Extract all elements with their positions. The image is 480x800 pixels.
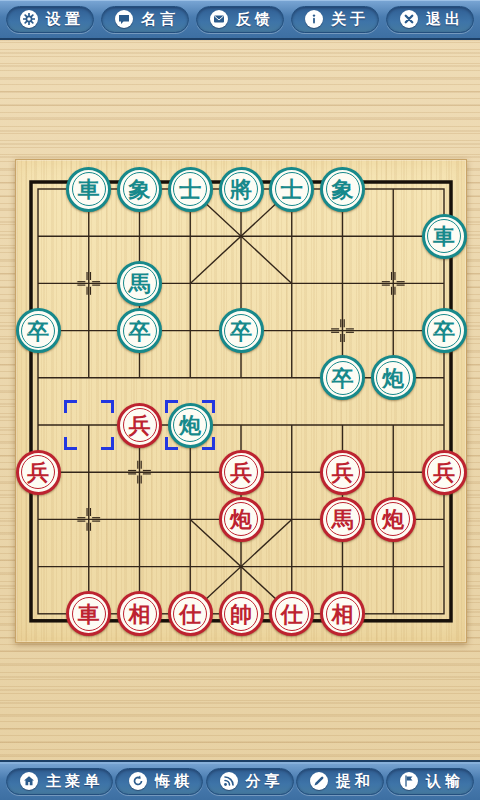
feedback-button[interactable]: 反馈	[196, 6, 284, 33]
piece-black-soldier[interactable]: 卒	[422, 308, 467, 353]
bottom-toolbar: 主菜单 悔棋 分享 提和 认输	[0, 760, 480, 800]
piece-ring: 車	[427, 219, 461, 253]
piece-red-soldier[interactable]: 兵	[16, 450, 61, 495]
share-icon	[220, 772, 238, 790]
piece-red-cannon[interactable]: 炮	[219, 497, 264, 542]
piece-ring: 將	[224, 172, 258, 206]
info-icon	[305, 10, 323, 28]
piece-ring: 卒	[326, 361, 360, 395]
piece-glyph: 象	[129, 179, 151, 201]
piece-glyph: 車	[78, 179, 100, 201]
piece-red-horse[interactable]: 馬	[320, 497, 365, 542]
settings-button[interactable]: 设置	[6, 6, 94, 33]
share-label: 分享	[246, 772, 284, 791]
piece-red-soldier[interactable]: 兵	[117, 403, 162, 448]
app-background: 设置 名言 反馈 关于 退出 車象士將士象車馬卒卒卒卒卒炮炮兵兵兵	[0, 0, 480, 800]
piece-ring: 象	[123, 172, 157, 206]
piece-black-general[interactable]: 將	[219, 167, 264, 212]
piece-ring: 兵	[21, 455, 55, 489]
piece-ring: 卒	[21, 314, 55, 348]
piece-red-elephant[interactable]: 相	[320, 591, 365, 636]
exit-label: 退出	[426, 10, 464, 29]
gear-icon	[20, 10, 38, 28]
piece-ring: 兵	[427, 455, 461, 489]
piece-ring: 卒	[427, 314, 461, 348]
piece-red-elephant[interactable]: 相	[117, 591, 162, 636]
piece-ring: 士	[173, 172, 207, 206]
piece-ring: 炮	[224, 502, 258, 536]
piece-black-chariot[interactable]: 車	[66, 167, 111, 212]
piece-glyph: 卒	[230, 320, 252, 342]
undo-icon	[129, 772, 147, 790]
about-button[interactable]: 关于	[291, 6, 379, 33]
envelope-icon	[210, 10, 228, 28]
piece-black-soldier[interactable]: 卒	[219, 308, 264, 353]
piece-ring: 車	[72, 597, 106, 631]
piece-ring: 象	[326, 172, 360, 206]
piece-glyph: 仕	[179, 603, 201, 625]
piece-red-cannon[interactable]: 炮	[371, 497, 416, 542]
piece-black-advisor[interactable]: 士	[269, 167, 314, 212]
piece-ring: 卒	[123, 314, 157, 348]
home-icon	[20, 772, 38, 790]
piece-ring: 帥	[224, 597, 258, 631]
offer-draw-button[interactable]: 提和	[296, 768, 384, 795]
undo-button[interactable]: 悔棋	[115, 768, 203, 795]
piece-glyph: 炮	[382, 509, 404, 531]
board-grid	[16, 160, 466, 642]
piece-glyph: 相	[332, 603, 354, 625]
resign-label: 认输	[426, 772, 464, 791]
piece-ring: 炮	[173, 408, 207, 442]
quotes-button[interactable]: 名言	[101, 6, 189, 33]
piece-glyph: 士	[281, 179, 303, 201]
piece-ring: 卒	[224, 314, 258, 348]
piece-black-soldier[interactable]: 卒	[117, 308, 162, 353]
piece-black-elephant[interactable]: 象	[117, 167, 162, 212]
piece-black-chariot[interactable]: 車	[422, 214, 467, 259]
piece-glyph: 炮	[382, 367, 404, 389]
close-icon	[400, 10, 418, 28]
piece-glyph: 仕	[281, 603, 303, 625]
piece-glyph: 卒	[27, 320, 49, 342]
piece-red-soldier[interactable]: 兵	[422, 450, 467, 495]
piece-glyph: 士	[179, 179, 201, 201]
piece-ring: 兵	[123, 408, 157, 442]
piece-black-cannon[interactable]: 炮	[371, 355, 416, 400]
piece-ring: 炮	[376, 502, 410, 536]
piece-ring: 馬	[326, 502, 360, 536]
undo-label: 悔棋	[155, 772, 193, 791]
about-label: 关于	[331, 10, 369, 29]
piece-glyph: 炮	[179, 415, 201, 437]
piece-red-soldier[interactable]: 兵	[320, 450, 365, 495]
piece-glyph: 相	[129, 603, 151, 625]
piece-glyph: 象	[332, 179, 354, 201]
piece-glyph: 車	[433, 226, 455, 248]
piece-glyph: 炮	[230, 509, 252, 531]
piece-glyph: 兵	[433, 462, 455, 484]
piece-ring: 車	[72, 172, 106, 206]
piece-black-cannon[interactable]: 炮	[168, 403, 213, 448]
piece-black-elephant[interactable]: 象	[320, 167, 365, 212]
resign-button[interactable]: 认输	[386, 768, 474, 795]
piece-glyph: 兵	[230, 462, 252, 484]
piece-glyph: 卒	[129, 320, 151, 342]
feedback-label: 反馈	[236, 10, 274, 29]
flag-icon	[400, 772, 418, 790]
quotes-label: 名言	[141, 10, 179, 29]
piece-ring: 相	[326, 597, 360, 631]
piece-glyph: 帥	[230, 603, 252, 625]
board-panel[interactable]: 車象士將士象車馬卒卒卒卒卒炮炮兵兵兵兵兵炮馬炮車相仕帥仕相	[15, 159, 467, 643]
top-toolbar: 设置 名言 反馈 关于 退出	[0, 0, 480, 40]
piece-red-soldier[interactable]: 兵	[219, 450, 264, 495]
piece-red-general[interactable]: 帥	[219, 591, 264, 636]
piece-ring: 仕	[275, 597, 309, 631]
piece-ring: 仕	[173, 597, 207, 631]
piece-black-soldier[interactable]: 卒	[16, 308, 61, 353]
piece-glyph: 卒	[433, 320, 455, 342]
piece-glyph: 兵	[129, 415, 151, 437]
piece-ring: 馬	[123, 266, 157, 300]
piece-glyph: 卒	[332, 367, 354, 389]
piece-ring: 兵	[224, 455, 258, 489]
piece-glyph: 將	[230, 179, 252, 201]
offer-draw-label: 提和	[336, 772, 374, 791]
main-menu-label: 主菜单	[46, 772, 103, 791]
speech-bubble-icon	[115, 10, 133, 28]
piece-glyph: 馬	[332, 509, 354, 531]
pencil-icon	[310, 772, 328, 790]
piece-glyph: 車	[78, 603, 100, 625]
piece-glyph: 兵	[27, 462, 49, 484]
piece-black-soldier[interactable]: 卒	[320, 355, 365, 400]
exit-button[interactable]: 退出	[386, 6, 474, 33]
piece-ring: 士	[275, 172, 309, 206]
piece-ring: 相	[123, 597, 157, 631]
piece-ring: 兵	[326, 455, 360, 489]
piece-glyph: 馬	[129, 273, 151, 295]
piece-red-advisor[interactable]: 仕	[168, 591, 213, 636]
piece-glyph: 兵	[332, 462, 354, 484]
settings-label: 设置	[46, 10, 84, 29]
piece-black-advisor[interactable]: 士	[168, 167, 213, 212]
main-menu-button[interactable]: 主菜单	[6, 768, 113, 795]
share-button[interactable]: 分享	[206, 768, 294, 795]
piece-black-horse[interactable]: 馬	[117, 261, 162, 306]
piece-ring: 炮	[376, 361, 410, 395]
